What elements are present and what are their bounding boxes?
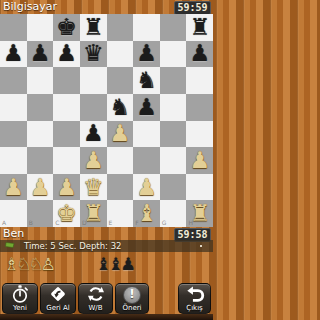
square-h5[interactable] bbox=[186, 94, 213, 121]
square-e7[interactable] bbox=[107, 41, 134, 68]
square-d2[interactable]: ♛ bbox=[80, 174, 107, 201]
file-label-a: A bbox=[2, 220, 6, 226]
toolbar-spacer bbox=[149, 283, 176, 314]
square-d3[interactable]: ♟ bbox=[80, 147, 107, 174]
square-g6[interactable] bbox=[160, 67, 187, 94]
square-h1[interactable]: ♜H bbox=[186, 200, 213, 227]
hint-exclamation-icon: ! bbox=[123, 285, 141, 304]
black-n-piece: ♞ bbox=[136, 69, 157, 92]
square-g3[interactable] bbox=[160, 147, 187, 174]
black-k-piece: ♚ bbox=[56, 16, 77, 39]
hint-button[interactable]: ! Öneri bbox=[115, 283, 149, 314]
square-a4[interactable] bbox=[0, 121, 27, 148]
square-a8[interactable] bbox=[0, 14, 27, 41]
square-g8[interactable] bbox=[160, 14, 187, 41]
square-g7[interactable] bbox=[160, 41, 187, 68]
square-g2[interactable] bbox=[160, 174, 187, 201]
square-b4[interactable] bbox=[27, 121, 54, 148]
square-e2[interactable] bbox=[107, 174, 134, 201]
top-player-name: Bilgisayar bbox=[3, 0, 57, 13]
swap-sides-icon bbox=[86, 284, 106, 304]
square-b6[interactable] bbox=[27, 67, 54, 94]
black-p-piece: ♟ bbox=[136, 42, 157, 65]
square-c6[interactable] bbox=[53, 67, 80, 94]
captured-black-piece: ♝ bbox=[108, 256, 123, 273]
black-p-piece: ♟ bbox=[56, 42, 77, 65]
white-p-piece: ♟ bbox=[110, 122, 131, 145]
undo-diamond-icon bbox=[48, 284, 68, 304]
black-r-piece: ♜ bbox=[83, 16, 104, 39]
file-label-f: F bbox=[135, 220, 138, 226]
square-d6[interactable] bbox=[80, 67, 107, 94]
square-f4[interactable] bbox=[133, 121, 160, 148]
square-c3[interactable] bbox=[53, 147, 80, 174]
hint-label: Öneri bbox=[122, 304, 141, 312]
exit-label: Çıkış bbox=[186, 304, 202, 312]
captured-white-piece: ♙ bbox=[41, 256, 56, 273]
square-h7[interactable]: ♟ bbox=[186, 41, 213, 68]
square-b1[interactable]: B bbox=[27, 200, 54, 227]
square-d5[interactable] bbox=[80, 94, 107, 121]
square-a5[interactable] bbox=[0, 94, 27, 121]
square-b3[interactable] bbox=[27, 147, 54, 174]
black-p-piece: ♟ bbox=[30, 42, 51, 65]
bottom-edge-strip bbox=[0, 314, 213, 320]
swap-sides-button[interactable]: W/B bbox=[78, 283, 113, 314]
captured-white-piece: ♘ bbox=[16, 256, 31, 273]
square-d4[interactable]: ♟ bbox=[80, 121, 107, 148]
white-k-piece: ♚ bbox=[56, 202, 77, 225]
undo-button[interactable]: Geri Al bbox=[40, 283, 76, 314]
white-p-piece: ♟ bbox=[83, 149, 104, 172]
square-f5[interactable]: ♟ bbox=[133, 94, 160, 121]
square-f7[interactable]: ♟ bbox=[133, 41, 160, 68]
square-h2[interactable] bbox=[186, 174, 213, 201]
white-r-piece: ♜ bbox=[189, 202, 210, 225]
chess-board[interactable]: ♚♜♜♟♟♟♛♟♟♞♞♟♟♟♟♟♟♟♟♛♟AB♚C♜DE♝FG♜H bbox=[0, 14, 213, 227]
square-h4[interactable] bbox=[186, 121, 213, 148]
square-f2[interactable]: ♟ bbox=[133, 174, 160, 201]
square-c2[interactable]: ♟ bbox=[53, 174, 80, 201]
white-q-piece: ♛ bbox=[83, 176, 104, 199]
square-b8[interactable] bbox=[27, 14, 54, 41]
white-p-piece: ♟ bbox=[189, 149, 210, 172]
file-label-h: H bbox=[188, 220, 193, 226]
black-p-piece: ♟ bbox=[189, 42, 210, 65]
file-label-c: C bbox=[55, 220, 59, 226]
black-n-piece: ♞ bbox=[110, 96, 131, 119]
undo-label: Geri Al bbox=[46, 304, 70, 312]
white-p-piece: ♟ bbox=[30, 176, 51, 199]
square-b5[interactable] bbox=[27, 94, 54, 121]
square-c4[interactable] bbox=[53, 121, 80, 148]
white-r-piece: ♜ bbox=[83, 202, 104, 225]
square-e4[interactable]: ♟ bbox=[107, 121, 134, 148]
black-r-piece: ♜ bbox=[189, 16, 210, 39]
square-e1[interactable]: E bbox=[107, 200, 134, 227]
status-cursor-dot bbox=[200, 245, 202, 247]
exit-button[interactable]: Çıkış bbox=[178, 283, 211, 314]
square-e3[interactable] bbox=[107, 147, 134, 174]
black-p-piece: ♟ bbox=[136, 96, 157, 119]
black-q-piece: ♛ bbox=[83, 42, 104, 65]
square-c7[interactable]: ♟ bbox=[53, 41, 80, 68]
black-p-piece: ♟ bbox=[3, 42, 24, 65]
file-label-g: G bbox=[162, 220, 167, 226]
square-h6[interactable] bbox=[186, 67, 213, 94]
bottom-player-name: Ben bbox=[3, 227, 24, 240]
square-a2[interactable]: ♟ bbox=[0, 174, 27, 201]
bottom-toolbar: Yeni Geri Al W/B ! Öneri bbox=[0, 283, 213, 314]
square-a3[interactable] bbox=[0, 147, 27, 174]
captured-black-piece: ♟ bbox=[121, 256, 136, 273]
exit-return-arrow-icon bbox=[185, 284, 205, 304]
square-a7[interactable]: ♟ bbox=[0, 41, 27, 68]
square-d7[interactable]: ♛ bbox=[80, 41, 107, 68]
black-p-piece: ♟ bbox=[83, 122, 104, 145]
new-game-label: Yeni bbox=[13, 304, 27, 312]
square-b7[interactable]: ♟ bbox=[27, 41, 54, 68]
swap-sides-label: W/B bbox=[88, 304, 102, 312]
square-f6[interactable]: ♞ bbox=[133, 67, 160, 94]
square-a1[interactable]: A bbox=[0, 200, 27, 227]
square-f3[interactable] bbox=[133, 147, 160, 174]
square-g4[interactable] bbox=[160, 121, 187, 148]
new-game-button[interactable]: Yeni bbox=[2, 283, 38, 314]
engine-status-text: Time: 5 Sec. Depth: 32 bbox=[24, 241, 121, 251]
white-p-piece: ♟ bbox=[136, 176, 157, 199]
top-player-clock: 59:59 bbox=[174, 1, 211, 15]
captured-black-pieces-tray: ♝♝♟ bbox=[96, 251, 136, 273]
captured-white-pieces-tray: ♗♘♘♙ bbox=[4, 251, 56, 273]
file-label-e: E bbox=[109, 220, 113, 226]
file-label-b: B bbox=[29, 220, 33, 226]
white-b-piece: ♝ bbox=[136, 202, 157, 225]
white-p-piece: ♟ bbox=[56, 176, 77, 199]
white-p-piece: ♟ bbox=[3, 176, 24, 199]
square-g5[interactable] bbox=[160, 94, 187, 121]
square-g1[interactable]: G bbox=[160, 200, 187, 227]
square-e6[interactable] bbox=[107, 67, 134, 94]
square-d1[interactable]: ♜D bbox=[80, 200, 107, 227]
green-flag-icon bbox=[5, 241, 15, 251]
stopwatch-icon bbox=[10, 284, 30, 304]
square-c5[interactable] bbox=[53, 94, 80, 121]
captured-white-piece: ♗ bbox=[4, 256, 19, 273]
square-d8[interactable]: ♜ bbox=[80, 14, 107, 41]
square-e8[interactable] bbox=[107, 14, 134, 41]
square-h3[interactable]: ♟ bbox=[186, 147, 213, 174]
file-label-d: D bbox=[82, 220, 87, 226]
captured-black-piece: ♝ bbox=[96, 256, 111, 273]
square-c1[interactable]: ♚C bbox=[53, 200, 80, 227]
square-a6[interactable] bbox=[0, 67, 27, 94]
square-e5[interactable]: ♞ bbox=[107, 94, 134, 121]
square-h8[interactable]: ♜ bbox=[186, 14, 213, 41]
square-f1[interactable]: ♝F bbox=[133, 200, 160, 227]
square-b2[interactable]: ♟ bbox=[27, 174, 54, 201]
square-f8[interactable] bbox=[133, 14, 160, 41]
captured-white-piece: ♘ bbox=[29, 256, 44, 273]
square-c8[interactable]: ♚ bbox=[53, 14, 80, 41]
